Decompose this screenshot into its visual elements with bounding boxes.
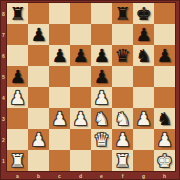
square-d4[interactable] <box>70 87 91 108</box>
piece-white-pawn[interactable]: ♟ <box>9 87 25 108</box>
square-c3[interactable]: ♟ <box>49 108 70 129</box>
file-label-e: e <box>91 171 112 180</box>
piece-white-queen[interactable]: ♛ <box>93 129 109 150</box>
square-e4[interactable]: ♟ <box>91 87 112 108</box>
piece-black-pawn[interactable]: ♟ <box>135 24 151 45</box>
square-f8[interactable]: ♜ <box>112 3 133 24</box>
square-b3[interactable] <box>28 108 49 129</box>
square-g8[interactable]: ♚ <box>133 3 154 24</box>
piece-black-knight[interactable]: ♞ <box>135 45 151 66</box>
square-f2[interactable]: ♟ <box>112 129 133 150</box>
square-g3[interactable]: ♟ <box>133 108 154 129</box>
square-e8[interactable] <box>91 3 112 24</box>
square-c6[interactable]: ♟ <box>49 45 70 66</box>
rank-label-4: 4 <box>0 87 7 108</box>
square-h2[interactable]: ♟ <box>154 129 175 150</box>
rank-label-3: 3 <box>0 108 7 129</box>
square-f3[interactable]: ♞ <box>112 108 133 129</box>
square-a6[interactable] <box>7 45 28 66</box>
piece-white-pawn[interactable]: ♟ <box>93 87 109 108</box>
square-a8[interactable]: ♜ <box>7 3 28 24</box>
rank-label-7: 7 <box>0 24 7 45</box>
square-g6[interactable]: ♞ <box>133 45 154 66</box>
piece-white-pawn[interactable]: ♟ <box>114 129 130 150</box>
chess-board: ♜♜♚♟♟♟♟♟♛♞♟♟♟♟♟♟♟♞♞♟♞♟♛♟♟♜♜♚ <box>7 3 175 171</box>
square-f5[interactable] <box>112 66 133 87</box>
square-g7[interactable]: ♟ <box>133 24 154 45</box>
piece-white-rook[interactable]: ♜ <box>9 150 25 171</box>
piece-black-pawn[interactable]: ♟ <box>93 66 109 87</box>
piece-black-queen[interactable]: ♛ <box>114 45 130 66</box>
square-a2[interactable] <box>7 129 28 150</box>
piece-white-pawn[interactable]: ♟ <box>135 108 151 129</box>
piece-black-pawn[interactable]: ♟ <box>72 45 88 66</box>
square-b7[interactable]: ♟ <box>28 24 49 45</box>
piece-white-pawn[interactable]: ♟ <box>72 108 88 129</box>
piece-white-rook[interactable]: ♜ <box>114 150 130 171</box>
rank-label-8: 8 <box>0 3 7 24</box>
piece-white-pawn[interactable]: ♟ <box>30 129 46 150</box>
square-c4[interactable] <box>49 87 70 108</box>
file-label-a: a <box>7 171 28 180</box>
square-d3[interactable]: ♟ <box>70 108 91 129</box>
square-g1[interactable] <box>133 150 154 171</box>
piece-black-knight[interactable]: ♞ <box>156 108 172 129</box>
square-h1[interactable]: ♚ <box>154 150 175 171</box>
square-h8[interactable] <box>154 3 175 24</box>
square-a3[interactable] <box>7 108 28 129</box>
square-c2[interactable] <box>49 129 70 150</box>
piece-white-knight[interactable]: ♞ <box>114 108 130 129</box>
square-h7[interactable] <box>154 24 175 45</box>
square-d8[interactable] <box>70 3 91 24</box>
square-h5[interactable] <box>154 66 175 87</box>
rank-label-2: 2 <box>0 129 7 150</box>
square-h6[interactable]: ♟ <box>154 45 175 66</box>
square-b5[interactable] <box>28 66 49 87</box>
square-e5[interactable]: ♟ <box>91 66 112 87</box>
file-label-f: f <box>112 171 133 180</box>
file-label-d: d <box>70 171 91 180</box>
piece-white-pawn[interactable]: ♟ <box>51 108 67 129</box>
square-d7[interactable] <box>70 24 91 45</box>
rank-label-1: 1 <box>0 150 7 171</box>
piece-black-pawn[interactable]: ♟ <box>9 66 25 87</box>
square-g5[interactable] <box>133 66 154 87</box>
square-a7[interactable] <box>7 24 28 45</box>
square-f1[interactable]: ♜ <box>112 150 133 171</box>
square-a1[interactable]: ♜ <box>7 150 28 171</box>
square-b1[interactable] <box>28 150 49 171</box>
piece-black-pawn[interactable]: ♟ <box>51 45 67 66</box>
piece-black-rook[interactable]: ♜ <box>9 3 25 24</box>
square-d6[interactable]: ♟ <box>70 45 91 66</box>
square-b6[interactable] <box>28 45 49 66</box>
square-f4[interactable] <box>112 87 133 108</box>
piece-black-rook[interactable]: ♜ <box>114 3 130 24</box>
file-label-g: g <box>133 171 154 180</box>
piece-white-pawn[interactable]: ♟ <box>156 129 172 150</box>
square-d1[interactable] <box>70 150 91 171</box>
square-b8[interactable] <box>28 3 49 24</box>
square-e2[interactable]: ♛ <box>91 129 112 150</box>
square-b2[interactable]: ♟ <box>28 129 49 150</box>
square-g4[interactable] <box>133 87 154 108</box>
file-label-h: h <box>154 171 175 180</box>
piece-black-pawn[interactable]: ♟ <box>156 45 172 66</box>
square-e7[interactable] <box>91 24 112 45</box>
chess-board-frame: 87654321 abcdefgh ♜♜♚♟♟♟♟♟♛♞♟♟♟♟♟♟♟♞♞♟♞♟… <box>0 0 180 180</box>
square-c1[interactable] <box>49 150 70 171</box>
square-c5[interactable] <box>49 66 70 87</box>
square-f7[interactable] <box>112 24 133 45</box>
square-f6[interactable]: ♛ <box>112 45 133 66</box>
square-c8[interactable] <box>49 3 70 24</box>
square-c7[interactable] <box>49 24 70 45</box>
rank-label-6: 6 <box>0 45 7 66</box>
square-e1[interactable] <box>91 150 112 171</box>
file-label-b: b <box>28 171 49 180</box>
file-label-c: c <box>49 171 70 180</box>
square-a5[interactable]: ♟ <box>7 66 28 87</box>
square-h3[interactable]: ♞ <box>154 108 175 129</box>
rank-label-5: 5 <box>0 66 7 87</box>
square-d5[interactable] <box>70 66 91 87</box>
square-a4[interactable]: ♟ <box>7 87 28 108</box>
square-d2[interactable] <box>70 129 91 150</box>
square-e3[interactable]: ♞ <box>91 108 112 129</box>
piece-black-pawn[interactable]: ♟ <box>93 45 109 66</box>
piece-white-knight[interactable]: ♞ <box>93 108 109 129</box>
piece-black-pawn[interactable]: ♟ <box>30 24 46 45</box>
piece-black-king[interactable]: ♚ <box>135 3 151 24</box>
square-h4[interactable] <box>154 87 175 108</box>
square-b4[interactable] <box>28 87 49 108</box>
square-e6[interactable]: ♟ <box>91 45 112 66</box>
square-g2[interactable] <box>133 129 154 150</box>
piece-white-king[interactable]: ♚ <box>156 150 172 171</box>
